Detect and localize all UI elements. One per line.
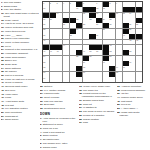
grid-cell-r5c10[interactable]: [109, 29, 115, 34]
across-clue-47: 47. Avant-garde sorts: [1, 100, 39, 103]
across-clue-10: 10. One who might make a citizen's arres…: [1, 12, 39, 18]
cell-number: 54: [43, 55, 45, 57]
across-clue-26: 26. Let in: [1, 45, 39, 48]
grid-cell-r1c0[interactable]: 10: [43, 7, 49, 12]
grid-cell-r11c2[interactable]: [56, 61, 62, 66]
grid-cell-r6c8[interactable]: 39: [96, 34, 102, 39]
down-clue-21: 21. In addition to: [79, 106, 115, 109]
grid-cell-r6c11[interactable]: [116, 34, 122, 39]
grid-cell-r14c0[interactable]: 69: [43, 77, 49, 82]
cell-number: 15: [83, 12, 85, 14]
crossword-page: 1. Gulf War missile6. Swiss peaks8. Fair…: [0, 0, 150, 150]
across-clue-60: 60. This clue has two: [40, 100, 77, 103]
grid-cell-r1c10[interactable]: [109, 7, 115, 12]
grid-cell-r14c11[interactable]: [116, 77, 122, 82]
down-clue-5: 5. Some printers: [40, 134, 77, 137]
grid-cell-r12c2[interactable]: [56, 66, 62, 71]
grid-cell-r13c9[interactable]: [103, 72, 109, 77]
grid-cell-r5c11[interactable]: [116, 29, 122, 34]
grid-cell-r4c2[interactable]: [56, 23, 62, 28]
grid-cell-r4c10[interactable]: 30: [109, 23, 115, 28]
grid-cell-r11c14[interactable]: [136, 61, 142, 66]
grid-cell-r9c4[interactable]: [70, 50, 76, 55]
grid-cell-r11c4[interactable]: [70, 61, 76, 66]
cell-number: 26: [43, 23, 45, 25]
grid-cell-r14c14[interactable]: [136, 77, 142, 82]
down-clue-1: 1. Actor Quinn of "Legends of the Fall": [40, 117, 77, 123]
grid-cell-r7c13[interactable]: 42: [129, 40, 135, 45]
cell-number: 14: [56, 12, 58, 14]
grid-cell-r10c11[interactable]: [116, 56, 122, 61]
grid-cell-r4c6[interactable]: 28: [83, 23, 89, 28]
grid-cell-r7c9[interactable]: [103, 40, 109, 45]
cell-number: 29: [96, 23, 98, 25]
grid-cell-r14c1[interactable]: [50, 77, 56, 82]
cell-number: 67: [83, 71, 85, 73]
grid-cell-r1c9[interactable]: 13: [103, 7, 109, 12]
grid-cell-r13c7[interactable]: [89, 72, 95, 77]
cell-number: 40: [123, 34, 125, 36]
across-clue-17: 17. When taxes prevail: [1, 30, 39, 33]
grid-cell-r14c6[interactable]: [83, 77, 89, 82]
down-section-header: DOWN: [40, 112, 77, 116]
grid-cell-r2c12[interactable]: 18: [123, 13, 129, 18]
grid-cell-r3c9[interactable]: 24: [103, 18, 109, 23]
grid-cell-r6c2[interactable]: [56, 34, 62, 39]
across-clue-27: 27. Respect in the humanities, e.g.: [1, 48, 39, 51]
across-clue-8: 8. Fairy tale starter: [1, 8, 39, 11]
grid-cell-r3c5[interactable]: 22: [76, 18, 82, 23]
cell-number: 30: [109, 23, 111, 25]
cell-number: 45: [109, 44, 111, 46]
grid-cell-r1c3[interactable]: [63, 7, 69, 12]
cell-number: 38: [70, 34, 72, 36]
grid-cell-r5c3[interactable]: [63, 29, 69, 34]
grid-cell-r6c3[interactable]: [63, 34, 69, 39]
grid-cell-r0c2[interactable]: 3: [56, 2, 62, 7]
grid-cell-r13c12[interactable]: [123, 72, 129, 77]
grid-cell-r9c11[interactable]: [116, 50, 122, 55]
cell-number: 27: [63, 23, 65, 25]
across-clue-56: 56. U.K. military medals: [40, 89, 77, 92]
cell-number: 51: [96, 50, 98, 52]
across-clue-37: 37. It may be cast over a crowd: [1, 78, 39, 81]
grid-cell-r10c4[interactable]: [70, 56, 76, 61]
grid-cell-r13c2[interactable]: [56, 72, 62, 77]
grid-cell-r1c4[interactable]: [70, 7, 76, 12]
cell-number: 57: [109, 55, 111, 57]
cell-number: 61: [129, 61, 131, 63]
grid-cell-r10c2[interactable]: [56, 56, 62, 61]
across-clue-62: 62. Quarterback's ploys: [40, 107, 77, 110]
across-clue-43: 43. Hindu noble: [1, 93, 39, 96]
grid-cell-r10c5[interactable]: 55: [76, 56, 82, 61]
grid-cell-r14c10[interactable]: [109, 77, 115, 82]
grid-cell-r9c3[interactable]: [63, 50, 69, 55]
grid-cell-r4c3[interactable]: 27: [63, 23, 69, 28]
cell-number: 53: [129, 50, 131, 52]
grid-cell-r7c1[interactable]: [50, 40, 56, 45]
down-clue-18: 18. Freight carried on the "information …: [79, 92, 115, 98]
cell-number: 1: [43, 2, 44, 4]
grid-cell-r6c9[interactable]: [103, 34, 109, 39]
across-clue-14: 14. Had to be fixed, as a seam: [1, 22, 39, 25]
cell-number: 12: [96, 7, 98, 9]
cell-number: 8: [109, 2, 110, 4]
grid-cell-r4c8[interactable]: 29: [96, 23, 102, 28]
cell-number: 10: [43, 7, 45, 9]
grid-cell-r10c8[interactable]: [96, 56, 102, 61]
grid-cell-r7c4[interactable]: [70, 40, 76, 45]
grid-cell-r14c13[interactable]: [129, 77, 135, 82]
grid-cell-r7c14[interactable]: 43: [136, 40, 142, 45]
across-clue-54: 54. Salon supply: [1, 118, 39, 121]
cell-number: 63: [83, 66, 85, 68]
cell-number: 9: [116, 2, 117, 4]
cell-number: 4: [63, 2, 64, 4]
grid-cell-r2c6[interactable]: 15: [83, 13, 89, 18]
grid-cell-r13c14[interactable]: [136, 72, 142, 77]
across-clue-41: 41. Opening night viewer: [1, 85, 39, 88]
cell-number: 16: [96, 12, 98, 14]
cell-number: 64: [116, 66, 118, 68]
grid-cell-r14c9[interactable]: [103, 77, 109, 82]
cell-number: 39: [96, 34, 98, 36]
grid-cell-r2c4[interactable]: [70, 13, 76, 18]
black-cell: [123, 50, 129, 55]
across-clue-42: 42. Sea rover: [1, 89, 39, 92]
down-clue-52: 52. Preys on: [117, 103, 149, 106]
cell-number: 35: [103, 28, 105, 30]
cell-number: 36: [129, 28, 131, 30]
grid-cell-r8c3[interactable]: 44: [63, 45, 69, 50]
across-clue-12: 12. Pesky insect: [1, 19, 39, 22]
across-clue-49: 49. Key signature feature: [1, 107, 39, 110]
cell-number: 58: [43, 61, 45, 63]
cell-number: 13: [103, 7, 105, 9]
cell-number: 23: [90, 18, 92, 20]
down-clue-4: 4. What a film might do: [40, 131, 77, 134]
grid-cell-r7c6[interactable]: [83, 40, 89, 45]
across-clue-24: 24. Monty Python member: [1, 41, 39, 44]
black-cell: [103, 45, 109, 50]
across-clue-36: 36. Part of a process: [1, 74, 39, 77]
grid-cell-r9c1[interactable]: 47: [50, 50, 56, 55]
grid-cell-r12c1[interactable]: [50, 66, 56, 71]
grid-cell-r2c11[interactable]: 17: [116, 13, 122, 18]
cell-number: 5: [70, 2, 71, 4]
black-cell: [103, 50, 109, 55]
grid-cell-r14c2[interactable]: [56, 77, 62, 82]
cell-number: 44: [63, 44, 65, 46]
grid-cell-r0c11[interactable]: 9: [116, 2, 122, 7]
cell-number: 11: [76, 7, 78, 9]
across-clue-32: 32. Bakery buy: [1, 59, 39, 62]
grid-cell-r12c4[interactable]: [70, 66, 76, 71]
across-clue-59: 59. Quiet exercise: [40, 96, 77, 99]
across-clue-50: 50. Coin collection?: [1, 111, 39, 114]
across-clue-34: 34. Small batteries: [1, 67, 39, 70]
down-clue-58: 58. Image with depth, casually: [117, 111, 149, 117]
across-clue-51: 51. Compass pt.: [1, 115, 39, 118]
down-clue-39: 39. "Ta-ta!": [117, 92, 149, 95]
grid-cell-r7c11[interactable]: [116, 40, 122, 45]
grid-cell-r5c2[interactable]: [56, 29, 62, 34]
grid-cell-r0c10[interactable]: 8: [109, 2, 115, 7]
grid-cell-r13c4[interactable]: [70, 72, 76, 77]
cell-number: 22: [76, 18, 78, 20]
grid-cell-r14c3[interactable]: [63, 77, 69, 82]
grid-cell-r6c5[interactable]: [76, 34, 82, 39]
grid-cell-r9c13[interactable]: 53: [129, 50, 135, 55]
grid-cell-r2c14[interactable]: [136, 13, 142, 18]
grid-cell-r13c3[interactable]: [63, 72, 69, 77]
grid-cell-r5c1[interactable]: [50, 29, 56, 34]
grid-cell-r14c4[interactable]: [70, 77, 76, 82]
cell-number: 24: [103, 18, 105, 20]
cell-number: 55: [76, 55, 78, 57]
cell-number: 59: [83, 61, 85, 63]
cell-number: 47: [50, 50, 52, 52]
grid-cell-r14c5[interactable]: [76, 77, 82, 82]
grid-cell-r0c12[interactable]: [123, 2, 129, 7]
grid-cell-r5c13[interactable]: 36: [129, 29, 135, 34]
cell-number: 25: [109, 18, 111, 20]
grid-cell-r0c4[interactable]: 5: [70, 2, 76, 7]
grid-cell-r6c12[interactable]: 40: [123, 34, 129, 39]
grid-cell-r2c2[interactable]: 14: [56, 13, 62, 18]
grid-cell-r8c11[interactable]: [116, 45, 122, 50]
across-clue-61: 61. Brief fight: [40, 103, 77, 106]
grid-cell-r13c8[interactable]: [96, 72, 102, 77]
black-cell: [76, 72, 82, 77]
grid-cell-r9c14[interactable]: [136, 50, 142, 55]
cell-number: 21: [50, 18, 52, 20]
down-clue-7: 7. Skylight's place: [40, 138, 77, 141]
cell-number: 43: [136, 39, 138, 41]
cell-number: 48: [56, 50, 58, 52]
grid-cell-r11c13[interactable]: 61: [129, 61, 135, 66]
across-clue-30: 30. Mardi Gras follower: [1, 56, 39, 59]
cell-number: 32: [136, 23, 138, 25]
across-clue-29: 29. Hemingway sobriquet: [1, 52, 39, 55]
cell-number: 49: [83, 50, 85, 52]
grid-cell-r14c12[interactable]: [123, 77, 129, 82]
grid-cell-r11c8[interactable]: [96, 61, 102, 66]
grid-cell-r4c1[interactable]: [50, 23, 56, 28]
clues-column-middle: 55. Octopi?56. U.K. military medals57. F…: [40, 85, 77, 149]
grid-cell-r8c12[interactable]: [123, 45, 129, 50]
cell-number: 6: [83, 2, 84, 4]
grid-cell-r4c4[interactable]: [70, 23, 76, 28]
grid-cell-r12c13[interactable]: [129, 66, 135, 71]
cell-number: 33: [43, 28, 45, 30]
grid-cell-r6c6[interactable]: [83, 34, 89, 39]
cell-number: 31: [129, 23, 131, 25]
down-clue-38: 38. Long-necked swimmer: [117, 89, 149, 92]
cell-number: 52: [109, 50, 111, 52]
grid-cell-r6c1[interactable]: [50, 34, 56, 39]
across-clue-20: 20. Have ___ (dine): [1, 34, 39, 37]
grid-cell-r0c14[interactable]: [136, 2, 142, 7]
down-clue-44: 44. Modern music genre: [117, 96, 149, 99]
grid-cell-r11c5[interactable]: [76, 61, 82, 66]
black-cell: [109, 72, 115, 77]
grid-cell-r9c6[interactable]: 49: [83, 50, 89, 55]
grid-cell-r10c12[interactable]: [123, 56, 129, 61]
grid-cell-r10c1[interactable]: [50, 56, 56, 61]
grid-cell-r10c10[interactable]: 57: [109, 56, 115, 61]
cell-number: 46: [43, 50, 45, 52]
across-clue-35: 35. Sty dweller: [1, 70, 39, 73]
grid-cell-r2c3[interactable]: [63, 13, 69, 18]
across-clue-1: 1. Gulf War missile: [1, 1, 39, 4]
down-clue-25: 25. Person at a desktop: [79, 114, 115, 117]
down-clue-33: 33. Airborne projection: [117, 85, 149, 88]
grid-cell-r4c7[interactable]: [89, 23, 95, 28]
down-clue-28: 28. Cuban location: [79, 118, 115, 121]
grid-cell-r11c7[interactable]: [89, 61, 95, 66]
across-clue-40: 40. Group of whales: [1, 81, 39, 84]
grid-cell-r7c0[interactable]: 41: [43, 40, 49, 45]
down-clue-31: 31. Raid: [79, 121, 115, 124]
grid-cell-r5c14[interactable]: [136, 29, 142, 34]
grid-cell-r11c10[interactable]: [109, 61, 115, 66]
grid-cell-r8c14[interactable]: [136, 45, 142, 50]
down-clue-8: 8. The smaller 50%, often: [40, 142, 77, 145]
grid-cell-r0c6[interactable]: 6: [83, 2, 89, 7]
grid-cell-r5c6[interactable]: [83, 29, 89, 34]
across-clues-column: 1. Gulf War missile6. Swiss peaks8. Fair…: [1, 1, 39, 149]
grid-cell-r14c8[interactable]: [96, 77, 102, 82]
grid-cell-r12c12[interactable]: 65: [123, 66, 129, 71]
grid-cell-r10c3[interactable]: [63, 56, 69, 61]
black-cell: [89, 34, 95, 39]
grid-cell-r3c2[interactable]: [56, 18, 62, 23]
grid-cell-r12c7[interactable]: [89, 66, 95, 71]
grid-cell-r12c9[interactable]: [103, 66, 109, 71]
grid-cell-r4c11[interactable]: [116, 23, 122, 28]
grid-cell-r7c2[interactable]: [56, 40, 62, 45]
down-clue-3: 3. Place for a pin: [40, 127, 77, 130]
grid-cell-r12c14[interactable]: [136, 66, 142, 71]
grid-cell-r7c12[interactable]: [123, 40, 129, 45]
cell-number: 60: [103, 61, 105, 63]
black-cell: [109, 66, 115, 71]
grid-cell-r0c1[interactable]: 2: [50, 2, 56, 7]
grid-cell-r11c1[interactable]: [50, 61, 56, 66]
grid-cell-r0c3[interactable]: 4: [63, 2, 69, 7]
cell-number: 17: [116, 12, 118, 14]
down-clue-53: 53. "...then again...": [117, 107, 149, 110]
grid-cell-r0c7[interactable]: [89, 2, 95, 7]
grid-cell-r13c11[interactable]: 68: [116, 72, 122, 77]
cell-number: 34: [76, 28, 78, 30]
across-clue-6: 6. Swiss peaks: [1, 5, 39, 8]
down-clue-13: 13. "Puppy Love" singer Paul: [79, 85, 115, 88]
across-clue-48: 48. Leg part: [1, 104, 39, 107]
grid-cell-r5c5[interactable]: 34: [76, 29, 82, 34]
across-clue-57: 57. Famous pirate: [40, 92, 77, 95]
grid-cell-r8c5[interactable]: [76, 45, 82, 50]
grid-cell-r3c7[interactable]: 23: [89, 18, 95, 23]
grid-cell-r1c1[interactable]: [50, 7, 56, 12]
grid-cell-r7c5[interactable]: [76, 40, 82, 45]
cell-number: 7: [96, 2, 97, 4]
grid-cell-r2c13[interactable]: 19: [129, 13, 135, 18]
cell-number: 20: [43, 18, 45, 20]
grid-cell-r4c14[interactable]: 32: [136, 23, 142, 28]
grid-cell-r12c3[interactable]: [63, 66, 69, 71]
grid-cell-r6c4[interactable]: 38: [70, 34, 76, 39]
grid-cell-r10c7[interactable]: 56: [89, 56, 95, 61]
grid-cell-r3c12[interactable]: [123, 18, 129, 23]
down-clue-15: 15. Like some tea: [79, 89, 115, 92]
grid-cell-r6c10[interactable]: [109, 34, 115, 39]
grid-cell-r14c7[interactable]: [89, 77, 95, 82]
grid-cell-r11c9[interactable]: 60: [103, 61, 109, 66]
grid-cell-r9c8[interactable]: 51: [96, 50, 102, 55]
black-cell: [70, 18, 76, 23]
cell-number: 50: [90, 50, 92, 52]
black-cell: [136, 7, 142, 12]
cell-number: 41: [43, 39, 45, 41]
across-clue-55: 55. Octopi?: [40, 85, 77, 88]
cell-number: 62: [43, 66, 45, 68]
grid-cell-r13c1[interactable]: [50, 72, 56, 77]
grid-cell-r13c13[interactable]: [129, 72, 135, 77]
down-clue-45: 45. Just about: [117, 100, 149, 103]
cell-number: 68: [116, 71, 118, 73]
cell-number: 37: [43, 34, 45, 36]
grid-cell-r0c13[interactable]: [129, 2, 135, 7]
grid-cell-r2c8[interactable]: 16: [96, 13, 102, 18]
cell-number: 18: [123, 12, 125, 14]
cell-number: 42: [129, 39, 131, 41]
grid-cell-r5c7[interactable]: [89, 29, 95, 34]
down-clue-9: 9. Church niche: [40, 146, 77, 149]
down-clue-20: 20. Cold cut: [79, 103, 115, 106]
cell-number: 3: [56, 2, 57, 4]
down-clues-column-2: 13. "Puppy Love" singer Paul15. Like som…: [79, 85, 115, 149]
cell-number: 65: [123, 66, 125, 68]
cell-number: 66: [43, 71, 45, 73]
black-cell: [89, 7, 95, 12]
black-cell: [76, 66, 82, 71]
cell-number: 28: [83, 23, 85, 25]
grid-cell-r7c8[interactable]: [96, 40, 102, 45]
grid-cell-r10c14[interactable]: [136, 56, 142, 61]
across-clue-46: 46. Fresh: [1, 96, 39, 99]
grid-cell-r12c8[interactable]: [96, 66, 102, 71]
down-clue-19: 19. English racing town: [79, 99, 115, 102]
grid-cell-r11c3[interactable]: [63, 61, 69, 66]
across-clue-33: 33. Sushi wrap: [1, 63, 39, 66]
grid-cell-r9c2[interactable]: 48: [56, 50, 62, 55]
grid-cell-r3c1[interactable]: 21: [50, 18, 56, 23]
grid-cell-r1c5[interactable]: 11: [76, 7, 82, 12]
grid-cell-r5c9[interactable]: 35: [103, 29, 109, 34]
grid-cell-r3c11[interactable]: [116, 18, 122, 23]
grid-cell-r7c7[interactable]: [89, 40, 95, 45]
across-clue-16: 16. Where Petruchio wed Kate: [1, 26, 39, 29]
black-cell: [123, 23, 129, 28]
cell-number: 19: [129, 12, 131, 14]
grid-cell-r8c4[interactable]: [70, 45, 76, 50]
grid-cell-r13c6[interactable]: 67: [83, 72, 89, 77]
down-clues-column-3: 33. Airborne projection38. Long-necked s…: [117, 85, 149, 149]
crossword-grid: 1234567891011121314151617181920212223242…: [42, 1, 143, 83]
